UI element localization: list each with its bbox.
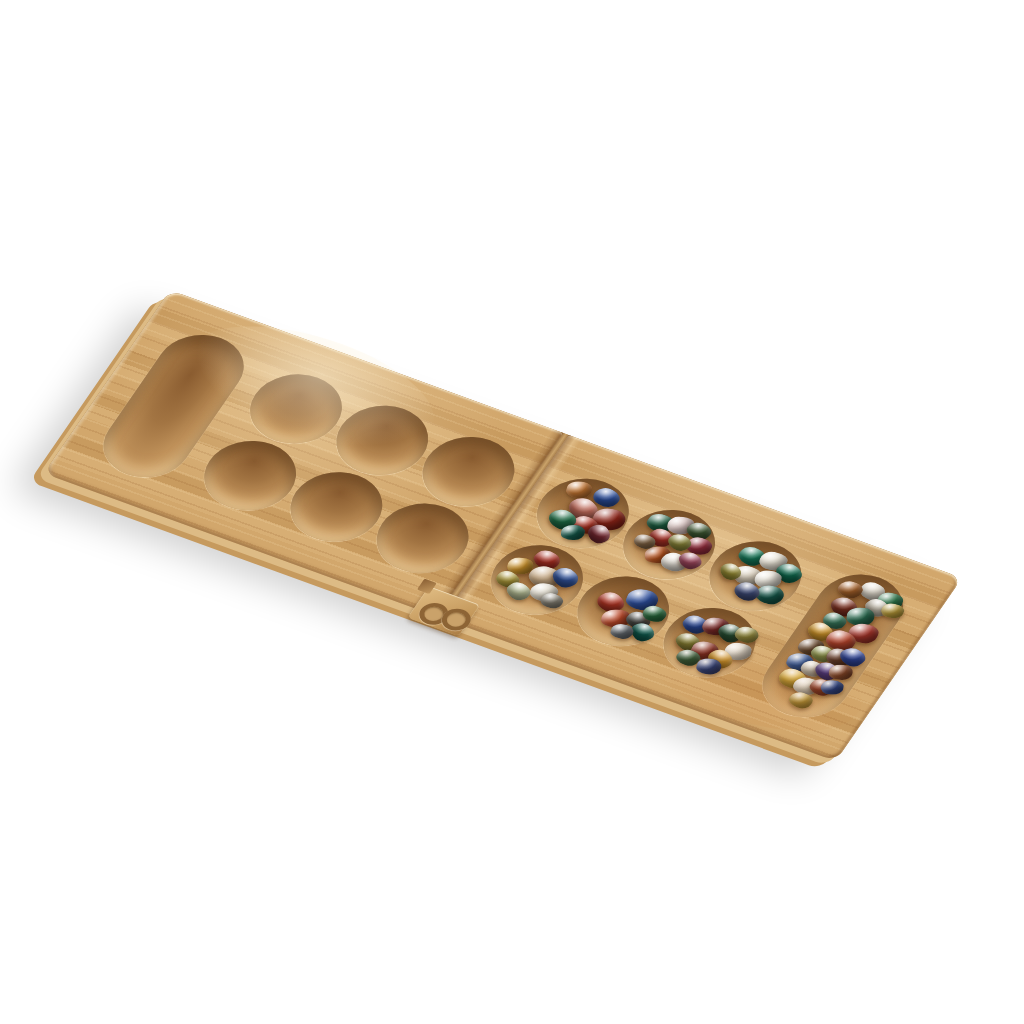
- gem-stone: [819, 680, 844, 696]
- gem-stone: [785, 690, 815, 711]
- mancala-board: [44, 290, 962, 761]
- gem-stone: [694, 657, 723, 676]
- gem-stone: [714, 620, 748, 645]
- gem-stone: [564, 480, 594, 500]
- gem-stone: [828, 664, 854, 681]
- photo-background: [0, 0, 1024, 1024]
- gem-stone: [700, 616, 731, 637]
- gem-stone: [679, 612, 713, 637]
- gem-stone: [783, 651, 816, 673]
- gem-stone: [704, 646, 737, 672]
- gem-stone: [790, 675, 821, 696]
- gem-stone: [731, 624, 761, 645]
- gem-stone: [671, 630, 703, 654]
- gem-stone: [806, 676, 837, 698]
- gem-stone: [687, 639, 722, 663]
- gem-stone: [797, 658, 827, 679]
- gem-stone: [723, 642, 753, 661]
- gem-stone: [561, 525, 586, 540]
- gem-stone: [673, 647, 703, 668]
- gem-stone: [774, 665, 811, 692]
